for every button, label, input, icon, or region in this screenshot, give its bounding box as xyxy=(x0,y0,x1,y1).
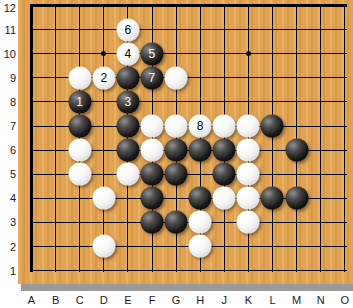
board-intersection[interactable] xyxy=(188,162,212,186)
board-intersection[interactable] xyxy=(284,234,308,258)
black-stone xyxy=(261,187,284,210)
row-label: 1 xyxy=(0,264,16,278)
white-stone xyxy=(140,139,163,162)
board-intersection[interactable] xyxy=(116,234,140,258)
black-stone xyxy=(140,163,163,186)
board-intersection[interactable] xyxy=(212,42,236,66)
board-intersection[interactable] xyxy=(188,258,212,282)
board-intersection[interactable] xyxy=(284,42,308,66)
move-number-label: 3 xyxy=(125,96,132,108)
move-number-label: 5 xyxy=(149,48,156,60)
board-intersection[interactable] xyxy=(68,66,92,90)
board-intersection[interactable] xyxy=(260,138,284,162)
board-intersection[interactable] xyxy=(309,114,333,138)
board-intersection[interactable] xyxy=(260,90,284,114)
board-intersection[interactable] xyxy=(260,162,284,186)
white-stone xyxy=(165,66,188,89)
move-number-label: 4 xyxy=(125,48,132,60)
board-intersection[interactable] xyxy=(92,138,116,162)
board-intersection[interactable] xyxy=(164,114,188,138)
white-stone xyxy=(92,235,115,258)
board-intersection[interactable] xyxy=(333,0,353,18)
board-intersection[interactable] xyxy=(140,18,164,42)
board-intersection[interactable] xyxy=(212,186,236,210)
row-label: 9 xyxy=(0,71,16,85)
row-label: 6 xyxy=(0,143,16,157)
board-intersection[interactable] xyxy=(19,186,43,210)
board-intersection[interactable] xyxy=(309,186,333,210)
black-stone: 7 xyxy=(140,66,163,89)
column-label: D xyxy=(96,294,112,306)
board-intersection[interactable] xyxy=(309,18,333,42)
board-intersection[interactable] xyxy=(19,42,43,66)
black-stone xyxy=(261,114,284,137)
row-label: 11 xyxy=(0,23,16,37)
board-intersection[interactable] xyxy=(284,90,308,114)
board-intersection[interactable] xyxy=(212,114,236,138)
row-label: 8 xyxy=(0,95,16,109)
board-intersection[interactable] xyxy=(333,42,353,66)
column-label: C xyxy=(72,294,88,306)
board-intersection[interactable] xyxy=(68,0,92,18)
board-intersection[interactable] xyxy=(236,210,260,234)
column-label: B xyxy=(48,294,64,306)
board-intersection[interactable] xyxy=(92,162,116,186)
black-stone xyxy=(140,211,163,234)
black-stone xyxy=(285,187,308,210)
black-stone xyxy=(213,139,236,162)
board-intersection[interactable] xyxy=(92,0,116,18)
board-intersection[interactable] xyxy=(140,186,164,210)
board-intersection[interactable] xyxy=(236,162,260,186)
board-intersection[interactable] xyxy=(212,162,236,186)
white-stone: 4 xyxy=(116,42,139,65)
board-intersection[interactable] xyxy=(309,0,333,18)
board-intersection[interactable] xyxy=(92,234,116,258)
board-intersection[interactable] xyxy=(68,186,92,210)
board-intersection[interactable] xyxy=(19,66,43,90)
board-intersection[interactable] xyxy=(164,0,188,18)
white-stone xyxy=(189,235,212,258)
black-stone: 5 xyxy=(140,42,163,65)
board-intersection[interactable] xyxy=(140,90,164,114)
board-intersection[interactable] xyxy=(284,258,308,282)
black-stone xyxy=(140,187,163,210)
board-intersection[interactable]: 6 xyxy=(116,18,140,42)
board-intersection[interactable] xyxy=(260,18,284,42)
white-stone xyxy=(213,114,236,137)
board-intersection[interactable] xyxy=(188,234,212,258)
board-intersection[interactable] xyxy=(44,210,68,234)
board-intersection[interactable] xyxy=(309,234,333,258)
board-intersection[interactable] xyxy=(44,114,68,138)
row-label: 4 xyxy=(0,191,16,205)
board-intersection[interactable] xyxy=(188,0,212,18)
board-intersection[interactable] xyxy=(116,66,140,90)
board-intersection[interactable] xyxy=(116,186,140,210)
board-intersection[interactable]: 7 xyxy=(140,66,164,90)
white-stone xyxy=(237,163,260,186)
board-intersection[interactable] xyxy=(236,138,260,162)
board-intersection[interactable] xyxy=(284,114,308,138)
board-intersection[interactable] xyxy=(309,210,333,234)
row-label: 12 xyxy=(0,1,16,15)
board-intersection[interactable]: 1 xyxy=(68,90,92,114)
board-intersection[interactable] xyxy=(236,18,260,42)
board-intersection[interactable] xyxy=(44,258,68,282)
board-intersection[interactable]: 8 xyxy=(188,114,212,138)
board-intersection[interactable] xyxy=(140,114,164,138)
black-stone xyxy=(285,139,308,162)
black-stone xyxy=(165,139,188,162)
white-stone xyxy=(237,114,260,137)
board-intersection[interactable] xyxy=(212,66,236,90)
column-label: M xyxy=(289,294,305,306)
board-intersection[interactable] xyxy=(44,186,68,210)
board-intersection[interactable] xyxy=(236,0,260,18)
row-label: 7 xyxy=(0,119,16,133)
column-label: F xyxy=(144,294,160,306)
board-intersection[interactable] xyxy=(19,162,43,186)
board-intersection[interactable] xyxy=(188,90,212,114)
black-stone xyxy=(189,139,212,162)
board-intersection[interactable] xyxy=(236,90,260,114)
row-label: 10 xyxy=(0,47,16,61)
board-intersection[interactable] xyxy=(164,42,188,66)
white-stone xyxy=(140,114,163,137)
board-intersection[interactable] xyxy=(309,42,333,66)
column-label: E xyxy=(120,294,136,306)
board-intersection[interactable] xyxy=(44,162,68,186)
board-intersection[interactable] xyxy=(284,186,308,210)
board-intersection[interactable] xyxy=(188,42,212,66)
move-number-label: 1 xyxy=(76,96,83,108)
board-intersection[interactable] xyxy=(68,138,92,162)
board-intersection[interactable] xyxy=(44,0,68,18)
board-intersection[interactable] xyxy=(68,114,92,138)
board-intersection[interactable] xyxy=(19,234,43,258)
white-stone: 2 xyxy=(92,66,115,89)
board-intersection[interactable] xyxy=(19,18,43,42)
black-stone xyxy=(189,187,212,210)
column-label: G xyxy=(168,294,184,306)
white-stone xyxy=(68,163,91,186)
board-intersection[interactable] xyxy=(92,18,116,42)
board-intersection[interactable] xyxy=(236,186,260,210)
board-intersection[interactable] xyxy=(260,0,284,18)
row-label: 2 xyxy=(0,240,16,254)
black-stone xyxy=(116,66,139,89)
board-intersection[interactable] xyxy=(92,114,116,138)
board-intersection[interactable] xyxy=(92,42,116,66)
board-intersection[interactable] xyxy=(19,0,43,18)
board-intersection[interactable] xyxy=(188,66,212,90)
board-intersection[interactable] xyxy=(164,186,188,210)
white-stone xyxy=(213,187,236,210)
board-intersection[interactable] xyxy=(68,18,92,42)
board-intersection[interactable] xyxy=(44,18,68,42)
board-intersection[interactable] xyxy=(68,210,92,234)
board-intersection[interactable] xyxy=(92,90,116,114)
board-grid[interactable]: 64527138 xyxy=(19,0,353,283)
board-intersection[interactable]: 4 xyxy=(116,42,140,66)
board-intersection[interactable] xyxy=(309,66,333,90)
board-intersection[interactable] xyxy=(19,114,43,138)
white-stone xyxy=(237,187,260,210)
board-intersection[interactable] xyxy=(188,210,212,234)
board-intersection[interactable] xyxy=(140,162,164,186)
column-label: A xyxy=(24,294,40,306)
board-intersection[interactable] xyxy=(164,18,188,42)
board-intersection[interactable] xyxy=(236,66,260,90)
board-intersection[interactable] xyxy=(164,162,188,186)
move-number-label: 6 xyxy=(125,24,132,36)
board-intersection[interactable] xyxy=(284,210,308,234)
board-intersection[interactable] xyxy=(212,210,236,234)
board-intersection[interactable] xyxy=(236,42,260,66)
black-stone xyxy=(116,114,139,137)
board-intersection[interactable] xyxy=(260,114,284,138)
move-number-label: 7 xyxy=(149,72,156,84)
board-intersection[interactable] xyxy=(140,234,164,258)
board-intersection[interactable] xyxy=(164,210,188,234)
board-intersection[interactable] xyxy=(333,186,353,210)
white-stone: 8 xyxy=(189,114,212,137)
board-intersection[interactable]: 5 xyxy=(140,42,164,66)
board-intersection[interactable] xyxy=(260,234,284,258)
board-shadow xyxy=(21,284,353,291)
board-intersection[interactable] xyxy=(68,162,92,186)
white-stone xyxy=(189,211,212,234)
board-intersection[interactable] xyxy=(164,66,188,90)
board-intersection[interactable] xyxy=(164,258,188,282)
board-intersection[interactable] xyxy=(19,138,43,162)
board-intersection[interactable] xyxy=(236,234,260,258)
board-intersection[interactable] xyxy=(140,258,164,282)
board-intersection[interactable] xyxy=(44,138,68,162)
board-intersection[interactable] xyxy=(68,42,92,66)
board-intersection[interactable] xyxy=(164,138,188,162)
board-intersection[interactable] xyxy=(19,210,43,234)
board-intersection[interactable] xyxy=(284,138,308,162)
board-intersection[interactable] xyxy=(333,90,353,114)
white-stone xyxy=(92,187,115,210)
column-label: O xyxy=(337,294,353,306)
board-intersection[interactable] xyxy=(260,42,284,66)
black-stone xyxy=(165,211,188,234)
board-intersection[interactable] xyxy=(140,210,164,234)
board-intersection[interactable]: 2 xyxy=(92,66,116,90)
board-intersection[interactable] xyxy=(44,90,68,114)
board-intersection[interactable] xyxy=(260,258,284,282)
board-intersection[interactable] xyxy=(116,114,140,138)
board-intersection[interactable] xyxy=(260,210,284,234)
move-number-label: 2 xyxy=(100,72,107,84)
board-intersection[interactable] xyxy=(92,186,116,210)
white-stone xyxy=(68,139,91,162)
board-intersection[interactable] xyxy=(116,258,140,282)
board-intersection[interactable] xyxy=(236,258,260,282)
board-intersection[interactable] xyxy=(309,138,333,162)
board-intersection[interactable] xyxy=(212,0,236,18)
black-stone xyxy=(68,114,91,137)
board-intersection[interactable] xyxy=(164,234,188,258)
board-intersection[interactable] xyxy=(333,66,353,90)
row-label: 3 xyxy=(0,215,16,229)
black-stone: 1 xyxy=(68,90,91,113)
board-intersection[interactable] xyxy=(92,210,116,234)
go-diagram: 64527138 121110987654321 ABCDEFGHJKLMNO xyxy=(0,0,353,308)
board-intersection[interactable] xyxy=(284,162,308,186)
board-intersection[interactable] xyxy=(212,18,236,42)
column-label: N xyxy=(313,294,329,306)
black-stone xyxy=(213,163,236,186)
board-intersection[interactable] xyxy=(140,0,164,18)
board-intersection[interactable] xyxy=(116,162,140,186)
board-intersection[interactable] xyxy=(44,42,68,66)
white-stone xyxy=(237,139,260,162)
board-intersection[interactable] xyxy=(284,18,308,42)
white-stone xyxy=(165,114,188,137)
black-stone: 3 xyxy=(116,90,139,113)
white-stone xyxy=(68,66,91,89)
board-intersection[interactable] xyxy=(188,18,212,42)
column-label: H xyxy=(192,294,208,306)
board-intersection[interactable] xyxy=(44,234,68,258)
board-intersection[interactable] xyxy=(284,66,308,90)
board-intersection[interactable] xyxy=(333,234,353,258)
board-intersection[interactable] xyxy=(212,258,236,282)
board-intersection[interactable] xyxy=(260,186,284,210)
board-intersection[interactable] xyxy=(309,90,333,114)
column-label: J xyxy=(216,294,232,306)
board-intersection[interactable] xyxy=(309,258,333,282)
black-stone xyxy=(165,163,188,186)
board-intersection[interactable] xyxy=(333,138,353,162)
board-intersection[interactable] xyxy=(236,114,260,138)
board-intersection[interactable] xyxy=(140,138,164,162)
board-intersection[interactable] xyxy=(164,90,188,114)
board-intersection[interactable] xyxy=(333,210,353,234)
board-intersection[interactable] xyxy=(116,138,140,162)
board-intersection[interactable] xyxy=(116,210,140,234)
goban: 64527138 xyxy=(18,0,353,284)
white-stone: 6 xyxy=(116,18,139,41)
board-intersection[interactable] xyxy=(333,18,353,42)
board-intersection[interactable] xyxy=(68,234,92,258)
board-intersection[interactable] xyxy=(68,258,92,282)
column-label: K xyxy=(240,294,256,306)
board-intersection[interactable] xyxy=(212,138,236,162)
board-intersection[interactable] xyxy=(260,66,284,90)
board-intersection[interactable] xyxy=(212,90,236,114)
move-number-label: 8 xyxy=(197,120,204,132)
board-intersection[interactable] xyxy=(309,162,333,186)
board-intersection[interactable] xyxy=(333,114,353,138)
column-label: L xyxy=(265,294,281,306)
board-intersection[interactable] xyxy=(284,0,308,18)
board-intersection[interactable] xyxy=(333,258,353,282)
white-stone xyxy=(237,211,260,234)
board-intersection[interactable] xyxy=(116,0,140,18)
white-stone xyxy=(116,163,139,186)
board-intersection[interactable] xyxy=(44,66,68,90)
board-intersection[interactable] xyxy=(188,138,212,162)
board-intersection[interactable]: 3 xyxy=(116,90,140,114)
board-intersection[interactable] xyxy=(212,234,236,258)
board-intersection[interactable] xyxy=(188,186,212,210)
row-label: 5 xyxy=(0,167,16,181)
board-intersection[interactable] xyxy=(19,90,43,114)
board-intersection[interactable] xyxy=(92,258,116,282)
board-intersection[interactable] xyxy=(19,258,43,282)
board-intersection[interactable] xyxy=(333,162,353,186)
black-stone xyxy=(116,139,139,162)
